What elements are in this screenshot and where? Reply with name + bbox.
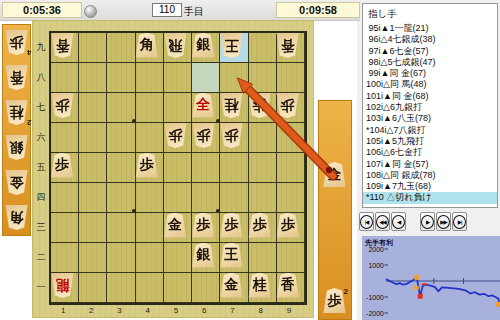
gote-hand-stand[interactable]: 金歩2 — [318, 100, 352, 320]
board-cell-24[interactable] — [79, 183, 107, 213]
move-list-item[interactable]: 98i△5七成銀(47) — [363, 57, 497, 68]
hand-count: 2 — [344, 287, 348, 296]
board-cell-74[interactable] — [220, 183, 248, 213]
move-list-item[interactable]: 97i▲6七金(57) — [363, 46, 497, 57]
board-cell-82[interactable] — [249, 243, 277, 273]
board-cell-65[interactable] — [192, 153, 220, 183]
board-cell-33[interactable] — [107, 213, 135, 243]
shogi-piece-金[interactable]: 金 — [5, 170, 28, 195]
board-cell-84[interactable] — [249, 183, 277, 213]
playback-back-button[interactable]: ◀ — [391, 212, 406, 231]
gote-hand-金[interactable]: 金 — [319, 161, 348, 189]
playback-first-button[interactable]: |◀ — [359, 212, 374, 231]
move-list-item[interactable]: 101i▲同 金(68) — [363, 91, 497, 102]
board-cell-14[interactable] — [51, 183, 79, 213]
board-cell-42[interactable] — [136, 243, 164, 273]
board-cell-88[interactable] — [249, 63, 277, 93]
board-cell-96[interactable] — [277, 123, 305, 153]
shogi-board-panel: 九八七六五四三二一123456789 — [32, 20, 314, 318]
file-label-9: 9 — [282, 306, 296, 315]
board-cell-31[interactable] — [107, 273, 135, 303]
shogi-piece-歩[interactable]: 歩 — [5, 30, 28, 55]
shogi-piece-銀[interactable]: 銀 — [5, 135, 28, 160]
board-cell-51[interactable] — [164, 273, 192, 303]
board-cell-54[interactable] — [164, 183, 192, 213]
hand-count: 4 — [27, 48, 31, 57]
sente-hand-桂[interactable]: 桂2 — [3, 99, 32, 127]
board-cell-38[interactable] — [107, 63, 135, 93]
board-cell-37[interactable] — [107, 93, 135, 123]
board-cell-75[interactable] — [220, 153, 248, 183]
move-list-item[interactable]: *110 △切れ負け — [363, 192, 497, 203]
top-bar: 0:05:36 110 手目 0:09:58 — [0, 0, 360, 21]
playback-fast-forward-button[interactable]: ▶▶ — [436, 212, 451, 231]
playback-controls: |◀◀◀◀▶▶▶▶| — [358, 212, 498, 233]
board-cell-86[interactable] — [249, 123, 277, 153]
shogi-piece-金[interactable]: 金 — [323, 162, 346, 187]
gote-hand-歩[interactable]: 歩2 — [319, 287, 348, 315]
rank-label-九: 九 — [35, 41, 47, 54]
sente-hand-stand[interactable]: 歩4香桂2銀金角 — [2, 24, 31, 236]
board-cell-98[interactable] — [277, 63, 305, 93]
board-cell-85[interactable] — [249, 153, 277, 183]
move-list-item[interactable]: 106i△6七金打 — [363, 147, 497, 158]
file-label-5: 5 — [169, 306, 183, 315]
move-list-item[interactable]: 96i△4七銀成(38) — [363, 34, 497, 45]
hand-count: 2 — [27, 118, 31, 127]
rank-label-五: 五 — [35, 161, 47, 174]
rank-label-四: 四 — [35, 191, 47, 204]
board-cell-58[interactable] — [164, 63, 192, 93]
move-list-item[interactable]: 102i△6九銀打 — [363, 102, 497, 113]
board-cell-27[interactable] — [79, 93, 107, 123]
move-list-item[interactable]: 108i△同 銀成(78) — [363, 170, 497, 181]
sente-hand-銀[interactable]: 銀 — [3, 134, 32, 162]
star-point — [132, 119, 136, 123]
board-cell-35[interactable] — [107, 153, 135, 183]
status-sphere-icon — [84, 5, 97, 18]
file-label-8: 8 — [254, 306, 268, 315]
sente-hand-金[interactable]: 金 — [3, 169, 32, 197]
board-cell-25[interactable] — [79, 153, 107, 183]
board-cell-22[interactable] — [79, 243, 107, 273]
rank-label-一: 一 — [35, 281, 47, 294]
board-cell-43[interactable] — [136, 213, 164, 243]
board-cell-78[interactable] — [220, 63, 248, 93]
sente-hand-角[interactable]: 角 — [3, 204, 32, 232]
move-list-item[interactable]: 103i▲6八玉(78) — [363, 113, 497, 124]
star-point — [132, 209, 136, 213]
board-cell-16[interactable] — [51, 123, 79, 153]
board-cell-36[interactable] — [107, 123, 135, 153]
gote-clock: 0:09:58 — [276, 2, 360, 18]
board-cell-48[interactable] — [136, 63, 164, 93]
move-number-input[interactable]: 110 — [152, 3, 182, 17]
move-list-item[interactable]: 99i▲同 金(67) — [363, 68, 497, 79]
board-cell-12[interactable] — [51, 243, 79, 273]
board-cell-57[interactable] — [164, 93, 192, 123]
board-cell-13[interactable] — [51, 213, 79, 243]
back-icon: ◀ — [392, 215, 405, 229]
evaluation-graph-panel: 20001000-1000-2000 先手有利 — [362, 236, 500, 320]
board-cell-23[interactable] — [79, 213, 107, 243]
move-list-item[interactable]: 95i▲1一龍(21) — [363, 23, 497, 34]
file-label-4: 4 — [141, 306, 155, 315]
board-cell-34[interactable] — [107, 183, 135, 213]
move-list-item[interactable]: 100i△同 馬(48) — [363, 79, 497, 90]
rank-label-七: 七 — [35, 101, 47, 114]
playback-fast-back-button[interactable]: ◀◀ — [375, 212, 390, 231]
playback-forward-button[interactable]: ▶ — [420, 212, 435, 231]
sente-clock: 0:05:36 — [2, 2, 82, 18]
forward-icon: ▶ — [421, 215, 434, 229]
board-cell-92[interactable] — [277, 243, 305, 273]
rank-label-三: 三 — [35, 221, 47, 234]
rank-label-六: 六 — [35, 131, 47, 144]
board-cell-32[interactable] — [107, 243, 135, 273]
svg-text:1000: 1000 — [368, 262, 384, 269]
board-cell-39[interactable] — [107, 33, 135, 63]
board-cell-61[interactable] — [192, 273, 220, 303]
board-cell-29[interactable] — [79, 33, 107, 63]
first-icon: |◀ — [360, 215, 373, 229]
move-list-panel: 指し手 95i▲1一龍(21) 96i△4七銀成(38) 97i▲6七金(57)… — [362, 3, 498, 208]
board-cell-26[interactable] — [79, 123, 107, 153]
move-list-item[interactable]: 109i▲7九玉(68) — [363, 181, 497, 192]
shogi-piece-角[interactable]: 角 — [5, 205, 28, 230]
fast-back-icon: ◀◀ — [376, 215, 389, 229]
move-list-item[interactable]: 107i▲同 金(57) — [363, 159, 497, 170]
file-label-6: 6 — [197, 306, 211, 315]
evaluation-graph: 20001000-1000-2000 — [362, 236, 500, 320]
shogi-piece-歩[interactable]: 歩 — [323, 288, 346, 313]
board-cell-46[interactable] — [136, 123, 164, 153]
board-cell-44[interactable] — [136, 183, 164, 213]
sente-hand-歩[interactable]: 歩4 — [3, 29, 32, 57]
last-icon: ▶| — [453, 215, 466, 229]
board-cell-18[interactable] — [51, 63, 79, 93]
move-number-label: 手目 — [184, 5, 204, 19]
board-cell-28[interactable] — [79, 63, 107, 93]
board-cell-41[interactable] — [136, 273, 164, 303]
graph-title: 先手有利 — [365, 238, 393, 248]
shogi-piece-香[interactable]: 香 — [5, 65, 28, 90]
file-label-1: 1 — [56, 306, 70, 315]
svg-text:-1000: -1000 — [366, 294, 384, 301]
move-list-header: 指し手 — [363, 4, 497, 23]
board-cell-68[interactable] — [192, 63, 220, 93]
file-label-2: 2 — [84, 306, 98, 315]
rank-label-二: 二 — [35, 251, 47, 264]
move-list-item[interactable]: *104i△7八銀打 — [363, 125, 497, 136]
board-cell-94[interactable] — [277, 183, 305, 213]
playback-last-button[interactable]: ▶| — [452, 212, 467, 231]
shogi-piece-桂[interactable]: 桂 — [5, 100, 28, 125]
move-list-item[interactable]: 105i▲5九飛打 — [363, 136, 497, 147]
board-cell-95[interactable] — [277, 153, 305, 183]
board-cell-52[interactable] — [164, 243, 192, 273]
board-cell-47[interactable] — [136, 93, 164, 123]
shogi-board[interactable] — [49, 31, 307, 305]
sente-hand-香[interactable]: 香 — [3, 64, 32, 92]
file-label-7: 7 — [225, 306, 239, 315]
rank-label-八: 八 — [35, 71, 47, 84]
board-cell-89[interactable] — [249, 33, 277, 63]
file-label-3: 3 — [113, 306, 127, 315]
svg-text:-2000: -2000 — [366, 310, 384, 317]
fast-forward-icon: ▶▶ — [437, 215, 450, 229]
board-cell-55[interactable] — [164, 153, 192, 183]
board-cell-21[interactable] — [79, 273, 107, 303]
